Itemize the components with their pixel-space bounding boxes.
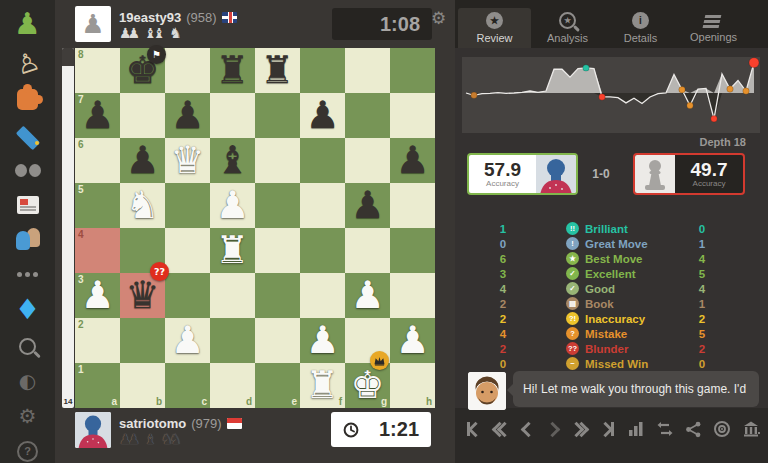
square-b5[interactable]: ♞ (120, 183, 165, 228)
news-icon[interactable] (13, 193, 43, 217)
rank-label: 4 (78, 229, 84, 240)
white-pawn-d5[interactable]: ♟ (210, 183, 255, 228)
info-icon: i (632, 12, 649, 29)
classification-label: Mistake (585, 328, 627, 340)
file-label: d (246, 396, 252, 407)
black-rook-d8[interactable]: ♜ (210, 48, 255, 93)
black-pawn-a7[interactable]: ♟ (75, 93, 120, 138)
file-label: e (291, 396, 297, 407)
flag-badge: ⚑ (147, 45, 166, 64)
white-rook-d4[interactable]: ♜ (210, 228, 255, 273)
classification-row-inaccuracy: 2?!Inaccuracy2 (455, 311, 768, 326)
black-count: 4 (682, 253, 722, 265)
black-pawn-f7[interactable]: ♟ (300, 93, 345, 138)
white-queen-c6[interactable]: ♛ (165, 138, 210, 183)
white-count: 2 (483, 343, 523, 355)
classification-row-excellent: 3✓Excellent5 (455, 266, 768, 281)
coach-avatar (468, 372, 506, 410)
square-g7[interactable] (345, 93, 390, 138)
retry-repeat-icon[interactable] (656, 420, 674, 438)
square-f2[interactable]: ♟ (300, 318, 345, 363)
square-e2[interactable] (255, 318, 300, 363)
bottom-player-avatar[interactable] (75, 412, 111, 448)
tab-review[interactable]: ★ Review (458, 8, 531, 48)
best-move-icon: ★ (566, 252, 579, 265)
mistake-icon: ? (566, 327, 579, 340)
square-f3[interactable] (300, 273, 345, 318)
rank-label: 6 (78, 139, 84, 150)
top-player-name[interactable]: 19easty93 (119, 10, 181, 25)
openings-library-bank-icon[interactable] (742, 420, 761, 438)
clock-icon (343, 422, 359, 438)
square-b7[interactable] (120, 93, 165, 138)
more-ellipsis-icon[interactable] (13, 262, 43, 286)
square-e6[interactable] (255, 138, 300, 183)
person-avatar-image (75, 412, 111, 448)
game-review-window: ♟ ♙ ♦ ◐ ⚙ ? ⚙ ♟ 19easty93 (958) ♟♟♝♝♞ 1:… (0, 0, 768, 463)
classification-label: Inaccuracy (585, 313, 645, 325)
white-count: 4 (483, 328, 523, 340)
black-count: 2 (682, 313, 722, 325)
bottom-player-name[interactable]: satriotomo (119, 416, 186, 431)
white-accuracy-value: 57.9 (484, 160, 521, 180)
black-pawn-g5[interactable]: ♟ (345, 183, 390, 228)
square-f4[interactable] (300, 228, 345, 273)
square-e3[interactable] (255, 273, 300, 318)
top-player-clock: 1:08 (332, 8, 432, 40)
classification-row-good: 4✓Good4 (455, 281, 768, 296)
classification-row-missed-win: 0−Missed Win0 (455, 356, 768, 371)
rank-label: 8 (78, 49, 84, 60)
square-e5[interactable] (255, 183, 300, 228)
file-label: a (111, 396, 117, 407)
classification-label: Blunder (585, 343, 628, 355)
bottom-player-rating: (979) (191, 416, 221, 431)
app-sidebar: ♟ ♙ ♦ ◐ ⚙ ? (0, 0, 55, 463)
captured-piece-group: ♟♟ (119, 27, 140, 39)
square-c7[interactable]: ♟ (165, 93, 210, 138)
square-g6[interactable] (345, 138, 390, 183)
game-result: 1-0 (578, 167, 624, 181)
file-label: b (156, 396, 162, 407)
square-e4[interactable] (255, 228, 300, 273)
home-logo-pawn-icon[interactable]: ♟ (13, 10, 43, 38)
square-d3[interactable] (210, 273, 255, 318)
board-settings-gear-icon[interactable]: ⚙ (431, 8, 446, 28)
white-pawn-c2[interactable]: ♟ (165, 318, 210, 363)
square-d1[interactable]: d (210, 363, 255, 408)
evaluation-bar-black-part (62, 48, 74, 66)
square-c5[interactable] (165, 183, 210, 228)
move-list-chart-icon[interactable] (627, 420, 645, 438)
square-e8[interactable]: ♜ (255, 48, 300, 93)
captured-piece-group: ♝♝ (144, 27, 165, 39)
square-g3[interactable]: ♟ (345, 273, 390, 318)
square-a3[interactable]: 3♟ (75, 273, 120, 318)
great-move-icon: ! (566, 237, 579, 250)
last-move-button[interactable] (600, 422, 614, 436)
classification-row-book: 2▤Book1 (455, 296, 768, 311)
white-pawn-a3[interactable]: ♟ (75, 273, 120, 318)
square-d8[interactable]: ♜ (210, 48, 255, 93)
next-move-button[interactable] (547, 424, 558, 435)
square-a1[interactable]: 1a (75, 363, 120, 408)
black-player-avatar (635, 155, 675, 193)
tab-analysis[interactable]: ★ Analysis (531, 8, 604, 48)
white-pawn-h2[interactable]: ♟ (390, 318, 435, 363)
square-d6[interactable]: ♝ (210, 138, 255, 183)
help-icon[interactable]: ? (13, 439, 43, 463)
square-e7[interactable] (255, 93, 300, 138)
square-f8[interactable] (300, 48, 345, 93)
square-a7[interactable]: 7♟ (75, 93, 120, 138)
excellent-icon: ✓ (566, 267, 579, 280)
premium-diamond-icon[interactable]: ♦ (13, 297, 43, 323)
square-b2[interactable] (120, 318, 165, 363)
book-icon: ▤ (566, 297, 579, 310)
previous-move-button[interactable] (523, 424, 534, 435)
back-multiple-button[interactable] (494, 424, 510, 435)
white-player-avatar (536, 155, 576, 193)
black-rook-e8[interactable]: ♜ (255, 48, 300, 93)
classification-row-best-move: 6★Best Move4 (455, 251, 768, 266)
share-icon[interactable] (685, 421, 702, 438)
square-d2[interactable] (210, 318, 255, 363)
coach-message: Hi! Let me walk you through this game. I… (523, 382, 746, 396)
blunder-icon: ?? (566, 342, 579, 355)
puzzles-icon[interactable] (13, 88, 43, 112)
bottom-player-bar: satriotomo (979) ♟♟♝♞♞ (75, 412, 242, 448)
white-pawn-g3[interactable]: ♟ (345, 273, 390, 318)
black-count: 0 (682, 358, 722, 370)
indonesia-flag-icon (227, 418, 242, 429)
classification-label: Excellent (585, 268, 636, 280)
square-h8[interactable] (390, 48, 435, 93)
black-pawn-h6[interactable]: ♟ (390, 138, 435, 183)
first-move-button[interactable] (467, 422, 481, 436)
square-d7[interactable] (210, 93, 255, 138)
chess-board[interactable]: 8♚♜♜7♟♟♟6♟♛♝♟5♞♟♟4♜3♟♛♟2♟♟♟1abcdef♜g♚h⚑?… (75, 48, 435, 408)
black-bishop-d6[interactable]: ♝ (210, 138, 255, 183)
white-count: 0 (483, 238, 523, 250)
classification-row-brilliant: 1!!Brilliant0 (455, 221, 768, 236)
white-count: 6 (483, 253, 523, 265)
square-c1[interactable]: c (165, 363, 210, 408)
square-h1[interactable]: h (390, 363, 435, 408)
tab-openings[interactable]: Openings (677, 8, 750, 48)
bottom-player-clock: 1:21 (331, 412, 431, 447)
square-g5[interactable]: ♟ (345, 183, 390, 228)
play-icon[interactable]: ♙ (13, 49, 43, 77)
missed-win-icon: − (566, 357, 579, 370)
square-h5[interactable] (390, 183, 435, 228)
top-player-avatar[interactable]: ♟ (75, 6, 111, 42)
square-a2[interactable]: 2 (75, 318, 120, 363)
rank-label: 5 (78, 184, 84, 195)
classification-label: Brilliant (585, 223, 628, 235)
review-tab-bar: ★ Review ★ Analysis i Details Openings (455, 0, 768, 48)
square-f6[interactable] (300, 138, 345, 183)
white-count: 0 (483, 358, 523, 370)
white-count: 3 (483, 268, 523, 280)
square-f5[interactable] (300, 183, 345, 228)
square-f7[interactable]: ♟ (300, 93, 345, 138)
classification-label: Great Move (585, 238, 648, 250)
square-a4[interactable]: 4 (75, 228, 120, 273)
bottom-player-captured-pieces: ♟♟♝♞♞ (119, 433, 242, 445)
square-g8[interactable] (345, 48, 390, 93)
square-e1[interactable]: e (255, 363, 300, 408)
white-king-g1[interactable]: ♚ (345, 363, 390, 408)
white-count: 2 (483, 313, 523, 325)
settings-gear-icon[interactable]: ⚙ (13, 404, 43, 428)
evaluation-value: 14 (62, 397, 74, 406)
evaluation-bar: 14 (62, 48, 74, 408)
classification-label: Missed Win (585, 358, 648, 370)
brilliant-icon: !! (566, 222, 579, 235)
file-label: c (201, 396, 207, 407)
black-count: 1 (682, 298, 722, 310)
classification-label: Book (585, 298, 614, 310)
classification-label: Best Move (585, 253, 643, 265)
square-d5[interactable]: ♟ (210, 183, 255, 228)
square-h4[interactable] (390, 228, 435, 273)
square-a8[interactable]: 8 (75, 48, 120, 93)
square-c6[interactable]: ♛ (165, 138, 210, 183)
white-pawn-f2[interactable]: ♟ (300, 318, 345, 363)
evaluation-graph[interactable] (462, 57, 760, 133)
black-pawn-b6[interactable]: ♟ (120, 138, 165, 183)
target-focus-icon[interactable] (713, 420, 731, 438)
captured-piece-group: ♟♟ (119, 433, 140, 445)
square-c3[interactable] (165, 273, 210, 318)
square-h6[interactable]: ♟ (390, 138, 435, 183)
black-count: 1 (682, 238, 722, 250)
classification-row-blunder: 2??Blunder2 (455, 341, 768, 356)
white-knight-b5[interactable]: ♞ (120, 183, 165, 228)
classification-label: Good (585, 283, 615, 295)
square-b1[interactable]: b (120, 363, 165, 408)
white-accuracy-card: 57.9 Accuracy (467, 153, 578, 195)
square-b6[interactable]: ♟ (120, 138, 165, 183)
blunder-badge: ?? (150, 262, 169, 281)
black-count: 5 (682, 328, 722, 340)
square-a5[interactable]: 5 (75, 183, 120, 228)
square-a6[interactable]: 6 (75, 138, 120, 183)
tab-details[interactable]: i Details (604, 8, 677, 48)
move-classification-table: 1!!Brilliant00!Great Move16★Best Move43✓… (455, 221, 768, 371)
square-d4[interactable]: ♜ (210, 228, 255, 273)
black-count: 2 (682, 343, 722, 355)
learn-graduation-cap-icon[interactable] (13, 123, 43, 147)
square-h2[interactable]: ♟ (390, 318, 435, 363)
good-icon: ✓ (566, 282, 579, 295)
black-count: 5 (682, 268, 722, 280)
engine-depth-label: Depth 18 (700, 136, 746, 148)
top-player-captured-pieces: ♟♟♝♝♞ (119, 27, 237, 39)
black-pawn-c7[interactable]: ♟ (165, 93, 210, 138)
magnifier-star-icon: ★ (559, 12, 576, 29)
black-accuracy-card: 49.7 Accuracy (633, 153, 745, 195)
white-count: 4 (483, 283, 523, 295)
game-review-panel: ★ Review ★ Analysis i Details Openings D… (455, 0, 768, 463)
square-f1[interactable]: f♜ (300, 363, 345, 408)
rank-label: 1 (78, 364, 84, 375)
forward-multiple-button[interactable] (571, 424, 587, 435)
square-c2[interactable]: ♟ (165, 318, 210, 363)
square-g1[interactable]: g♚ (345, 363, 390, 408)
uk-flag-icon (222, 12, 237, 23)
coach-chat-bubble: Hi! Let me walk you through this game. I… (513, 371, 759, 407)
rank-label: 2 (78, 319, 84, 330)
square-c8[interactable] (165, 48, 210, 93)
captured-piece-group: ♞ (169, 27, 182, 39)
file-label: h (426, 396, 432, 407)
captured-piece-group: ♝ (144, 433, 157, 445)
watch-binoculars-icon[interactable] (13, 158, 43, 182)
books-stack-icon (705, 14, 722, 28)
square-h7[interactable] (390, 93, 435, 138)
winner-badge (370, 351, 389, 370)
black-accuracy-value: 49.7 (691, 160, 728, 180)
move-navigation-bar (467, 412, 757, 446)
square-c4[interactable] (165, 228, 210, 273)
star-icon: ★ (486, 12, 503, 29)
white-count: 2 (483, 298, 523, 310)
theme-toggle-icon[interactable]: ◐ (13, 369, 43, 393)
top-player-bar: ♟ 19easty93 (958) ♟♟♝♝♞ (75, 6, 237, 42)
captured-piece-group: ♞♞ (161, 433, 182, 445)
white-count: 1 (483, 223, 523, 235)
white-rook-f1[interactable]: ♜ (300, 363, 345, 408)
square-g4[interactable] (345, 228, 390, 273)
inaccuracy-icon: ?! (566, 312, 579, 325)
classification-row-great-move: 0!Great Move1 (455, 236, 768, 251)
social-friends-icon[interactable] (13, 228, 43, 252)
top-player-rating: (958) (186, 10, 216, 25)
search-icon[interactable] (13, 334, 43, 358)
square-h3[interactable] (390, 273, 435, 318)
black-count: 4 (682, 283, 722, 295)
classification-row-mistake: 4?Mistake5 (455, 326, 768, 341)
black-count: 0 (682, 223, 722, 235)
